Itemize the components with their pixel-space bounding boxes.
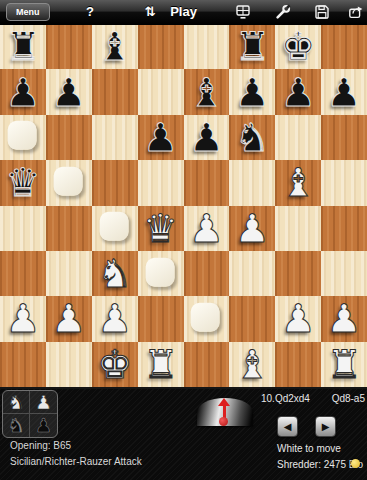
square-c5[interactable] bbox=[92, 160, 138, 205]
square-f6[interactable]: ♞ bbox=[229, 115, 275, 160]
square-b6[interactable] bbox=[46, 115, 92, 160]
square-b5[interactable] bbox=[46, 160, 92, 205]
square-g2[interactable]: ♟ bbox=[275, 296, 321, 341]
square-a6[interactable] bbox=[0, 115, 46, 160]
forward-button[interactable]: ▶ bbox=[315, 416, 336, 437]
square-h2[interactable]: ♟ bbox=[321, 296, 367, 341]
square-h6[interactable] bbox=[321, 115, 367, 160]
help-icon[interactable]: ? bbox=[82, 0, 98, 24]
share-icon[interactable] bbox=[347, 3, 365, 21]
legal-move-marker-b5[interactable] bbox=[53, 167, 82, 196]
square-f3[interactable] bbox=[229, 251, 275, 296]
captured-white-knight: ♞ bbox=[3, 391, 30, 414]
white-rook-d1[interactable]: ♜ bbox=[143, 345, 178, 384]
captured-black-pawn: ♟ bbox=[30, 414, 57, 437]
square-a5[interactable]: ♛ bbox=[0, 160, 46, 205]
square-b7[interactable]: ♟ bbox=[46, 69, 92, 114]
square-d6[interactable]: ♟ bbox=[138, 115, 184, 160]
square-h1[interactable]: ♜ bbox=[321, 342, 367, 387]
square-e8[interactable] bbox=[184, 24, 230, 69]
square-g6[interactable] bbox=[275, 115, 321, 160]
square-c8[interactable]: ♝ bbox=[92, 24, 138, 69]
white-knight-c3[interactable]: ♞ bbox=[97, 254, 132, 293]
white-king-c1[interactable]: ♚ bbox=[97, 345, 132, 384]
square-g1[interactable] bbox=[275, 342, 321, 387]
black-pawn-h7[interactable]: ♟ bbox=[327, 73, 362, 112]
square-a2[interactable]: ♟ bbox=[0, 296, 46, 341]
square-h3[interactable] bbox=[321, 251, 367, 296]
square-d1[interactable]: ♜ bbox=[138, 342, 184, 387]
square-d8[interactable] bbox=[138, 24, 184, 69]
white-pawn-f4[interactable]: ♟ bbox=[235, 209, 270, 248]
square-c3[interactable]: ♞ bbox=[92, 251, 138, 296]
square-c4[interactable] bbox=[92, 206, 138, 251]
save-icon[interactable] bbox=[313, 3, 331, 21]
black-pawn-f7[interactable]: ♟ bbox=[235, 73, 270, 112]
square-b2[interactable]: ♟ bbox=[46, 296, 92, 341]
white-pawn-b2[interactable]: ♟ bbox=[51, 299, 86, 338]
gauge-hub bbox=[219, 417, 228, 426]
page-title: Play bbox=[120, 0, 247, 24]
back-button[interactable]: ◀ bbox=[277, 416, 298, 437]
square-f1[interactable]: ♝ bbox=[229, 342, 275, 387]
legal-move-marker-a6[interactable] bbox=[8, 121, 37, 150]
square-e2[interactable] bbox=[184, 296, 230, 341]
square-a1[interactable] bbox=[0, 342, 46, 387]
square-b4[interactable] bbox=[46, 206, 92, 251]
black-rook-f8[interactable]: ♜ bbox=[235, 27, 270, 66]
square-a4[interactable] bbox=[0, 206, 46, 251]
square-d7[interactable] bbox=[138, 69, 184, 114]
square-a3[interactable] bbox=[0, 251, 46, 296]
square-e3[interactable] bbox=[184, 251, 230, 296]
square-g3[interactable] bbox=[275, 251, 321, 296]
square-d2[interactable] bbox=[138, 296, 184, 341]
black-knight-f6[interactable]: ♞ bbox=[235, 118, 270, 157]
square-e6[interactable]: ♟ bbox=[184, 115, 230, 160]
last-move-black: Qd8-a5 bbox=[332, 393, 365, 404]
white-bishop-f1[interactable]: ♝ bbox=[235, 345, 270, 384]
top-toolbar: Menu ? ⇅ Play bbox=[0, 0, 367, 25]
square-g4[interactable] bbox=[275, 206, 321, 251]
square-f5[interactable] bbox=[229, 160, 275, 205]
engine-status-dot bbox=[351, 459, 360, 468]
black-bishop-c8[interactable]: ♝ bbox=[97, 27, 132, 66]
square-a8[interactable]: ♜ bbox=[0, 24, 46, 69]
square-c7[interactable] bbox=[92, 69, 138, 114]
square-h8[interactable] bbox=[321, 24, 367, 69]
square-c6[interactable] bbox=[92, 115, 138, 160]
legal-move-marker-d3[interactable] bbox=[145, 257, 174, 286]
square-b8[interactable] bbox=[46, 24, 92, 69]
square-d5[interactable] bbox=[138, 160, 184, 205]
captured-pieces-tray: ♞♟♞♟ bbox=[2, 390, 58, 438]
white-rook-h1[interactable]: ♜ bbox=[327, 345, 362, 384]
info-panel: ♞♟♞♟ 10.Qd2xd4 Qd8-a5 ◀ ▶ White to move … bbox=[0, 389, 367, 480]
white-queen-d4[interactable]: ♛ bbox=[143, 209, 178, 248]
square-e1[interactable] bbox=[184, 342, 230, 387]
square-h7[interactable]: ♟ bbox=[321, 69, 367, 114]
square-d4[interactable]: ♛ bbox=[138, 206, 184, 251]
square-g8[interactable]: ♚ bbox=[275, 24, 321, 69]
captured-black-knight: ♞ bbox=[3, 414, 30, 437]
square-d3[interactable] bbox=[138, 251, 184, 296]
white-pawn-e4[interactable]: ♟ bbox=[189, 209, 224, 248]
black-bishop-e7[interactable]: ♝ bbox=[189, 73, 224, 112]
chess-app-window: Menu ? ⇅ Play bbox=[0, 0, 367, 480]
menu-button[interactable]: Menu bbox=[6, 3, 50, 21]
white-pawn-c2[interactable]: ♟ bbox=[97, 299, 132, 338]
square-g7[interactable]: ♟ bbox=[275, 69, 321, 114]
square-b1[interactable] bbox=[46, 342, 92, 387]
square-a7[interactable]: ♟ bbox=[0, 69, 46, 114]
square-h5[interactable] bbox=[321, 160, 367, 205]
setup-board-icon[interactable] bbox=[234, 3, 252, 21]
square-f2[interactable] bbox=[229, 296, 275, 341]
opening-code: Opening: B65 bbox=[10, 440, 71, 451]
black-pawn-b7[interactable]: ♟ bbox=[51, 73, 86, 112]
white-pawn-a2[interactable]: ♟ bbox=[5, 299, 40, 338]
black-pawn-e6[interactable]: ♟ bbox=[189, 118, 224, 157]
square-f8[interactable]: ♜ bbox=[229, 24, 275, 69]
captured-white-pawn: ♟ bbox=[30, 391, 57, 414]
black-pawn-g7[interactable]: ♟ bbox=[281, 73, 316, 112]
black-pawn-d6[interactable]: ♟ bbox=[143, 118, 178, 157]
gauge-needle-head bbox=[218, 398, 230, 406]
black-king-g8[interactable]: ♚ bbox=[281, 27, 316, 66]
square-f7[interactable]: ♟ bbox=[229, 69, 275, 114]
square-e4[interactable]: ♟ bbox=[184, 206, 230, 251]
square-e5[interactable] bbox=[184, 160, 230, 205]
chess-board: ♜♝♜♚♟♟♝♟♟♟♟♟♞♛♝♛♟♟♞♟♟♟♟♟♚♜♝♜ bbox=[0, 24, 367, 389]
square-b3[interactable] bbox=[46, 251, 92, 296]
legal-move-marker-c4[interactable] bbox=[99, 212, 128, 241]
square-f4[interactable]: ♟ bbox=[229, 206, 275, 251]
square-h4[interactable] bbox=[321, 206, 367, 251]
opening-name: Sicilian/Richter-Rauzer Attack bbox=[10, 456, 142, 467]
black-rook-a8[interactable]: ♜ bbox=[5, 27, 40, 66]
square-c2[interactable]: ♟ bbox=[92, 296, 138, 341]
white-pawn-h2[interactable]: ♟ bbox=[327, 299, 362, 338]
white-bishop-g5[interactable]: ♝ bbox=[281, 163, 316, 202]
side-to-move-status: White to move bbox=[277, 443, 341, 454]
last-move-white: 10.Qd2xd4 bbox=[261, 393, 310, 404]
square-c1[interactable]: ♚ bbox=[92, 342, 138, 387]
square-e7[interactable]: ♝ bbox=[184, 69, 230, 114]
black-pawn-a7[interactable]: ♟ bbox=[5, 73, 40, 112]
square-g5[interactable]: ♝ bbox=[275, 160, 321, 205]
white-pawn-g2[interactable]: ♟ bbox=[281, 299, 316, 338]
legal-move-marker-e2[interactable] bbox=[191, 303, 220, 332]
evaluation-gauge bbox=[197, 397, 253, 427]
black-queen-a5[interactable]: ♛ bbox=[5, 163, 40, 202]
wrench-icon[interactable] bbox=[274, 3, 292, 21]
move-list: 10.Qd2xd4 Qd8-a5 bbox=[261, 393, 365, 404]
